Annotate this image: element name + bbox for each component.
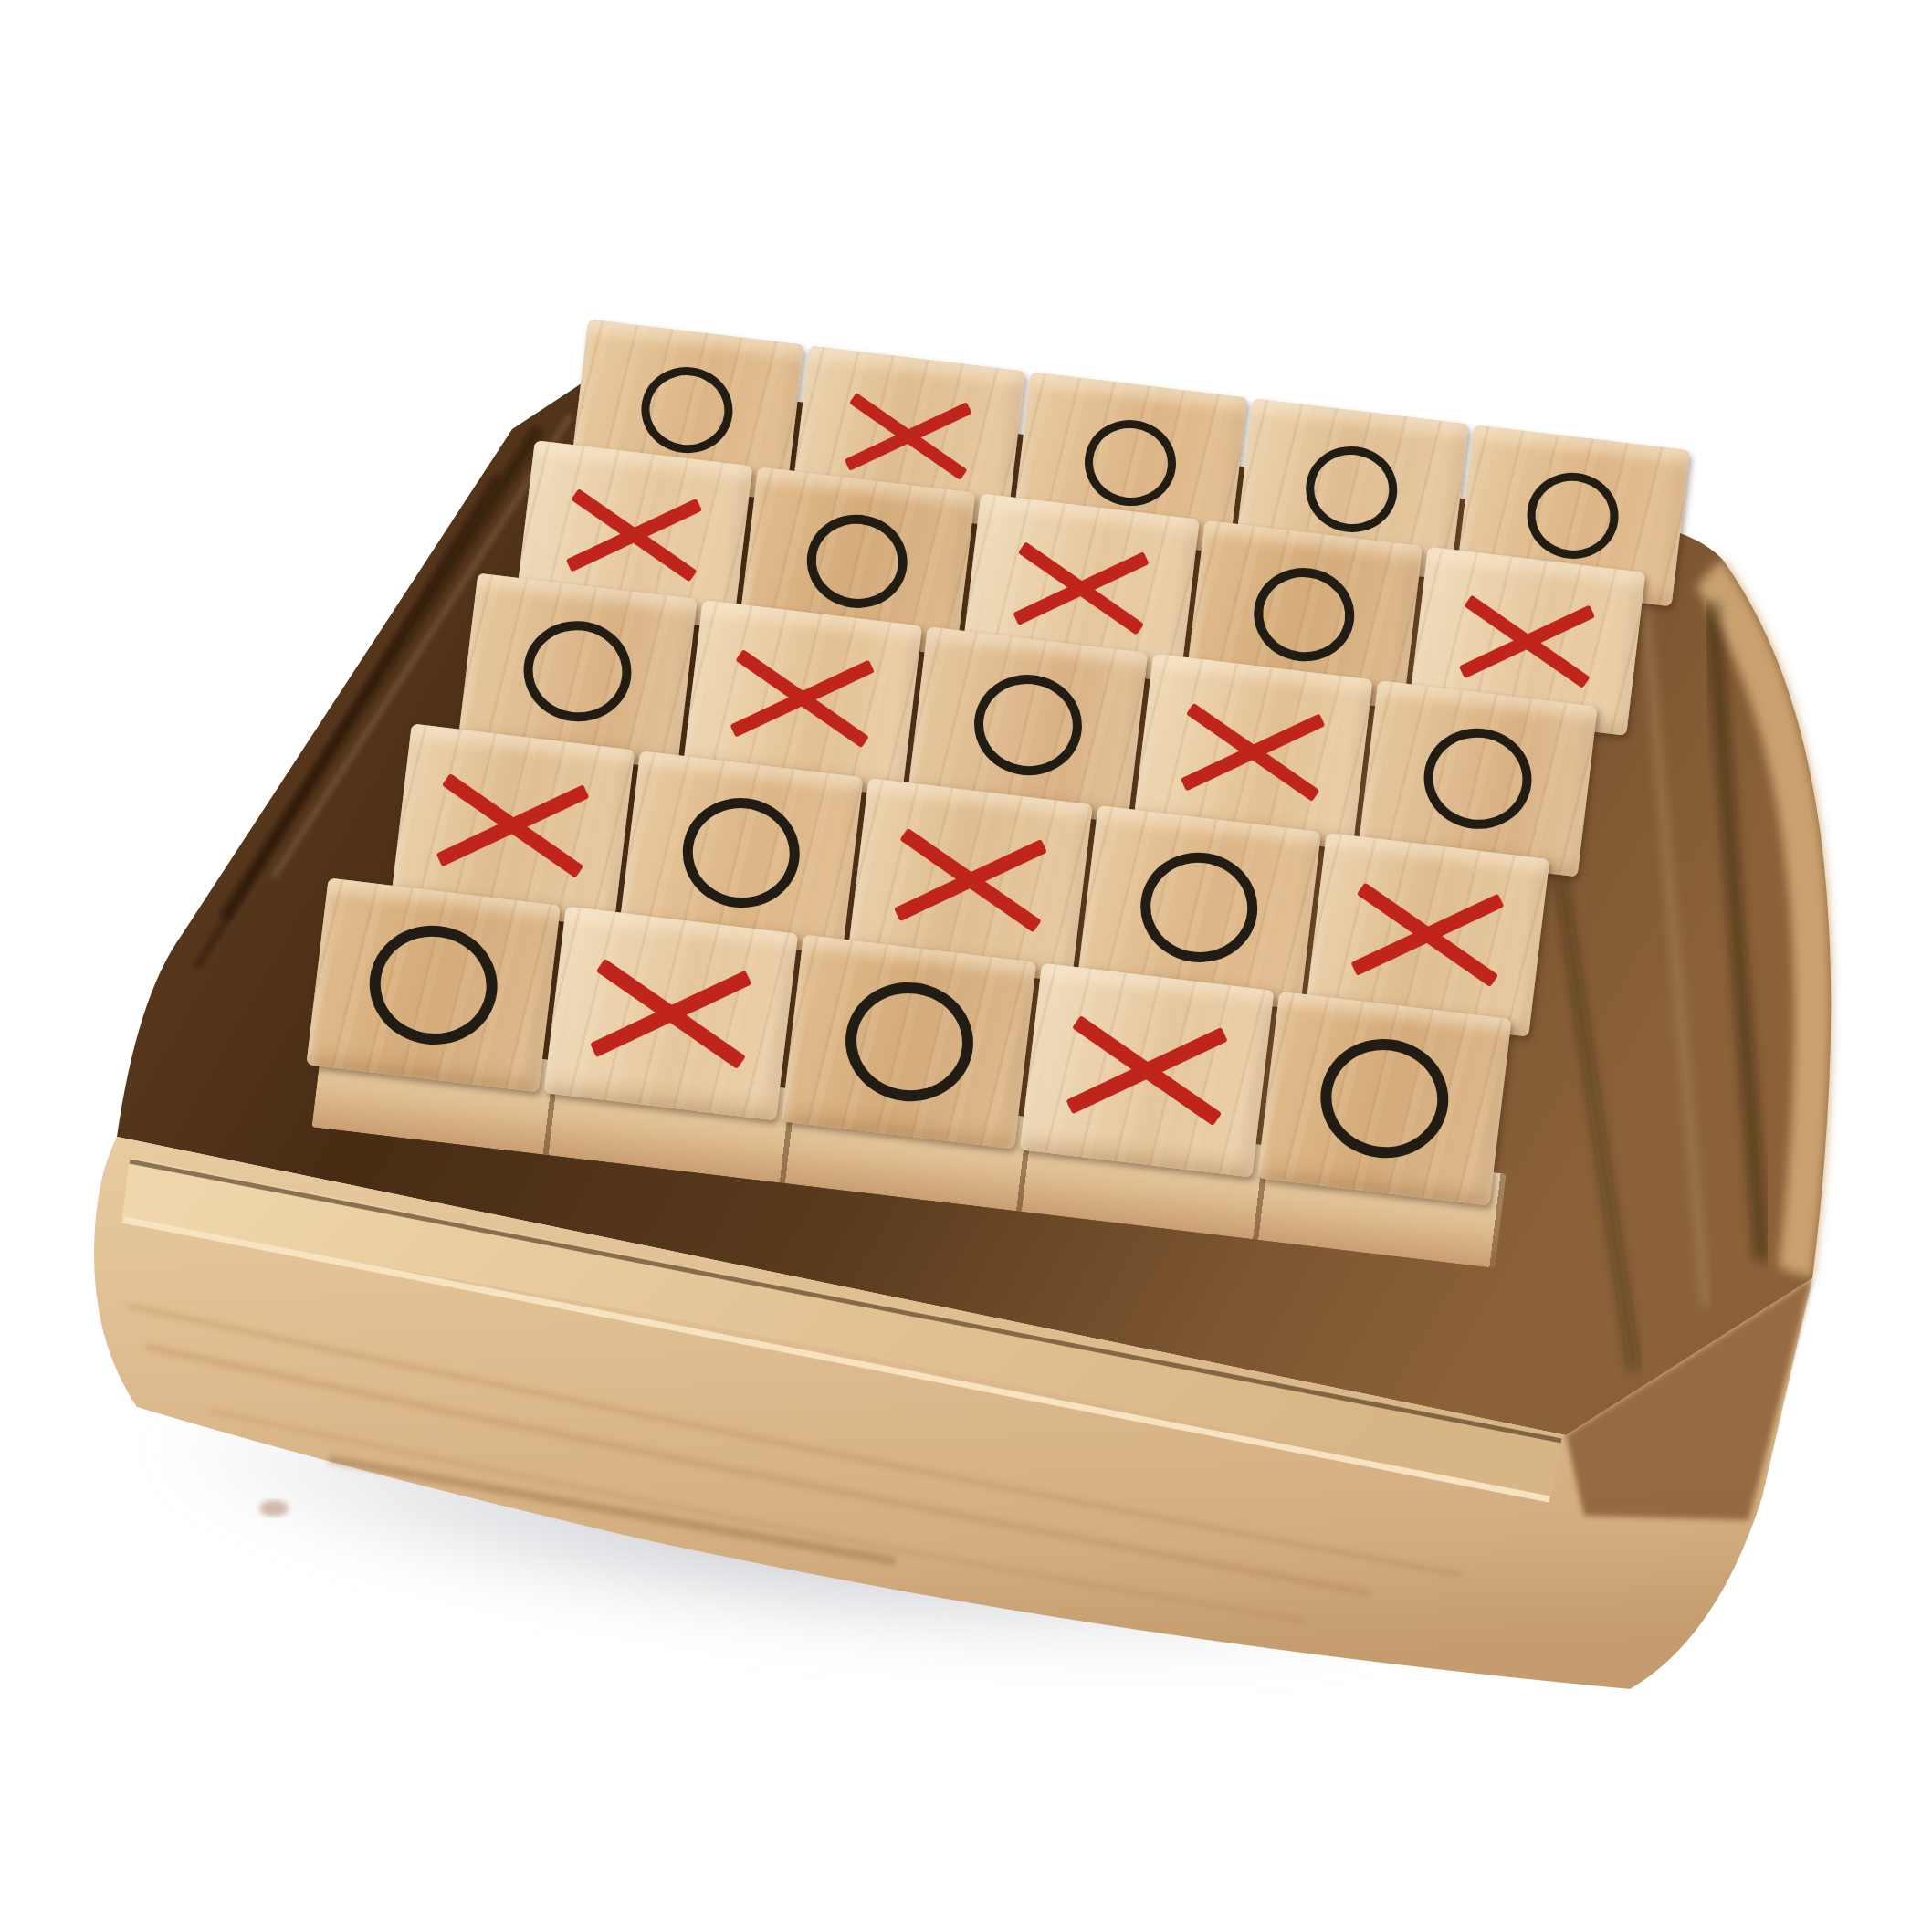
front-wood-knot <box>259 1500 289 1517</box>
tray-front-layer <box>0 0 1932 1932</box>
product-photo-scene <box>0 0 1932 1932</box>
tray-front-right-corner <box>1566 1278 1812 1520</box>
